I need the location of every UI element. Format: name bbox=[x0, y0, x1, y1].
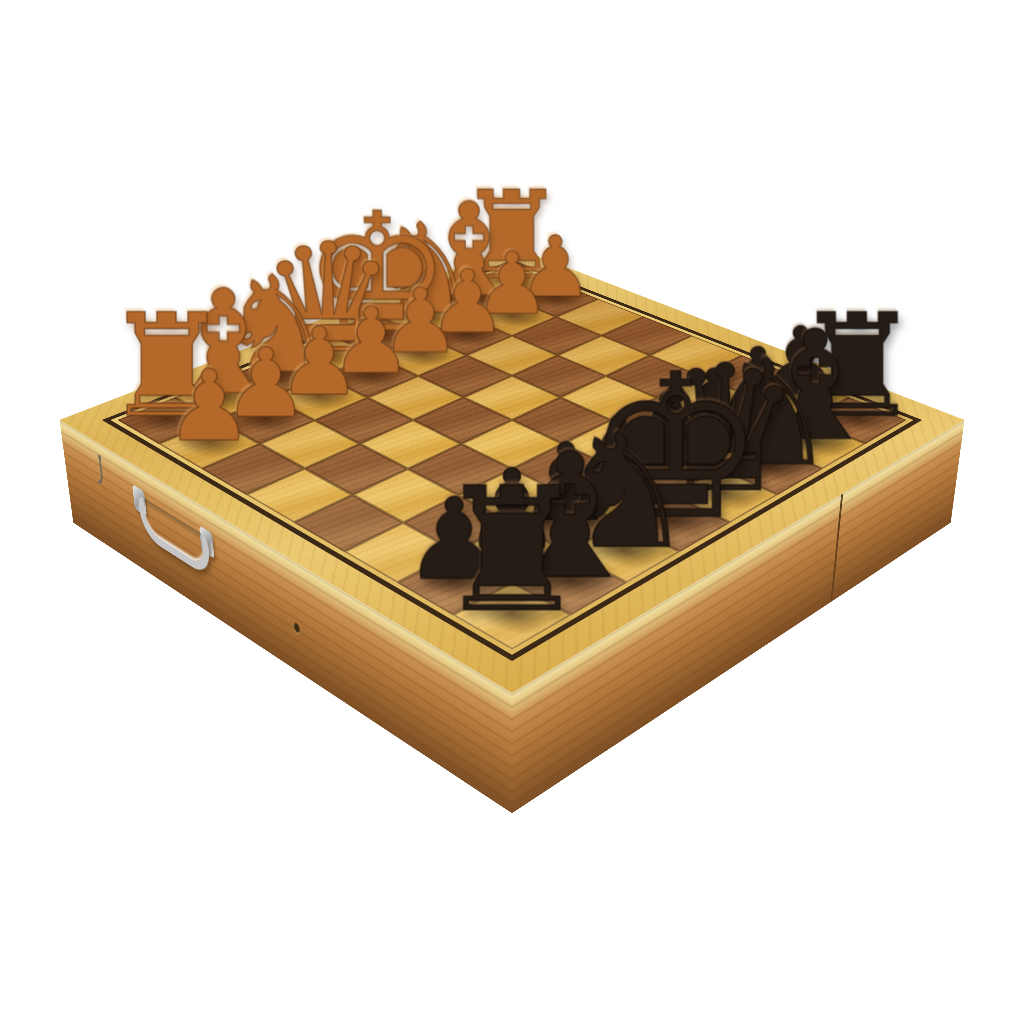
hinge-seam bbox=[831, 493, 844, 602]
dark-rook-glyph: ♜ bbox=[435, 465, 588, 636]
handle-bar bbox=[137, 494, 211, 579]
chess-set-photo: ♜♝♟♞♟♚♟♛♟♞♟♝♟♟♜♟♟♜♟♟♝♟♞♟♛♟♚♟♞♟♝♜ bbox=[0, 0, 1024, 1024]
chess-board-box: ♜♝♟♞♟♚♟♛♟♞♟♝♟♟♜♟♟♜♟♟♝♟♞♟♛♟♚♟♞♟♝♜ bbox=[59, 246, 964, 693]
keyhole-dot bbox=[294, 621, 300, 634]
board-top: ♜♝♟♞♟♚♟♛♟♞♟♝♟♟♜♟♟♜♟♟♝♟♞♟♛♟♚♟♞♟♝♜ bbox=[59, 246, 964, 693]
light-pawn-glyph: ♟ bbox=[165, 357, 253, 455]
latch-hook-icon[interactable] bbox=[94, 451, 108, 492]
